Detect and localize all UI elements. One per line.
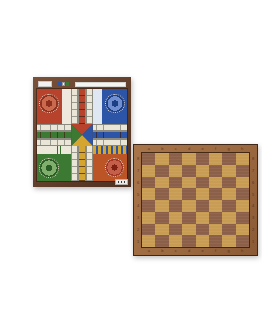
chess-square-a5 [142, 188, 155, 200]
rank-label-4: 4 [137, 203, 139, 208]
chess-square-g5 [222, 188, 235, 200]
file-label-c: c [175, 145, 177, 153]
parchis-board [33, 77, 131, 187]
chess-square-b5 [155, 188, 168, 200]
rank-label-1: 1 [252, 239, 254, 244]
file-label-h: h [241, 145, 243, 153]
blue-track-row [93, 131, 127, 140]
track-cells [86, 146, 92, 181]
chess-square-c3 [169, 212, 182, 224]
chess-files-bottom: abcdefgh [142, 247, 249, 255]
chess-square-h5 [236, 188, 249, 200]
red-track-column [78, 89, 87, 124]
chess-square-f5 [209, 188, 222, 200]
parchis-arm-top [71, 89, 93, 124]
chess-square-d6 [182, 177, 195, 189]
logo-chip-white [62, 82, 65, 86]
chess-square-b8 [155, 153, 168, 165]
file-label-f: f [215, 145, 216, 153]
chess-square-d5 [182, 188, 195, 200]
parchis-quadrant-green [37, 146, 71, 181]
chess-square-e5 [196, 188, 209, 200]
chess-square-f6 [209, 177, 222, 189]
rank-label-7: 7 [252, 168, 254, 173]
rank-label-8: 8 [252, 156, 254, 161]
logo-chip-blue [58, 82, 61, 86]
green-track-row [37, 131, 71, 140]
file-label-d: d [188, 247, 190, 255]
chess-square-e8 [196, 153, 209, 165]
orange-home-stripes [93, 146, 127, 154]
red-home-stripes [62, 89, 71, 124]
file-label-e: e [202, 247, 204, 255]
track-cells [37, 124, 71, 131]
chess-square-b2 [155, 224, 168, 236]
barcode-lines [117, 181, 125, 184]
rank-label-4: 4 [252, 203, 254, 208]
green-home-stripes [37, 146, 71, 154]
chess-square-a1 [142, 235, 155, 247]
chess-square-d4 [182, 200, 195, 212]
chess-square-g8 [222, 153, 235, 165]
rank-label-7: 7 [137, 168, 139, 173]
chess-square-g4 [222, 200, 235, 212]
rank-label-6: 6 [137, 180, 139, 185]
chess-square-c1 [169, 235, 182, 247]
chess-square-d3 [182, 212, 195, 224]
parchis-corner-label [38, 81, 52, 87]
parchis-logo-chips [58, 82, 69, 86]
chess-square-f3 [209, 212, 222, 224]
chess-square-b1 [155, 235, 168, 247]
product-photo: abcdefgh abcdefgh 87654321 87654321 [0, 0, 262, 334]
chess-ranks-left: 87654321 [134, 153, 142, 247]
chess-square-a4 [142, 200, 155, 212]
chess-square-h7 [236, 165, 249, 177]
chess-square-h6 [236, 177, 249, 189]
track-cells [37, 139, 71, 146]
parchis-quadrant-blue [93, 89, 127, 124]
chess-square-c4 [169, 200, 182, 212]
rank-label-8: 8 [137, 156, 139, 161]
parchis-quadrant-orange [93, 146, 127, 181]
file-label-g: g [227, 247, 229, 255]
chess-square-d2 [182, 224, 195, 236]
rank-label-3: 3 [137, 215, 139, 220]
chess-square-c2 [169, 224, 182, 236]
parchis-title-strip [75, 82, 126, 87]
green-home-circle [39, 158, 58, 177]
parchis-arm-right [93, 124, 127, 146]
chess-square-f8 [209, 153, 222, 165]
file-label-b: b [161, 247, 163, 255]
chess-square-c8 [169, 153, 182, 165]
file-label-b: b [161, 145, 163, 153]
chess-square-d8 [182, 153, 195, 165]
parchis-top-strip [37, 81, 127, 88]
file-label-c: c [175, 247, 177, 255]
chess-square-a6 [142, 177, 155, 189]
chess-square-d1 [182, 235, 195, 247]
chess-square-g2 [222, 224, 235, 236]
chess-square-b4 [155, 200, 168, 212]
yellow-track-column [78, 146, 87, 181]
file-label-a: a [148, 145, 150, 153]
parchis-playfield [37, 89, 127, 181]
red-home-circle [39, 94, 58, 113]
file-label-h: h [241, 247, 243, 255]
chess-square-a3 [142, 212, 155, 224]
chess-square-f2 [209, 224, 222, 236]
blue-home-circle [105, 94, 124, 113]
parchis-arm-bottom [71, 146, 93, 181]
orange-home-circle [105, 158, 124, 177]
chess-square-h3 [236, 212, 249, 224]
chess-square-b7 [155, 165, 168, 177]
chess-square-f7 [209, 165, 222, 177]
blue-home-stripes [93, 89, 102, 124]
track-cells [86, 89, 92, 124]
chess-square-h8 [236, 153, 249, 165]
chess-square-f1 [209, 235, 222, 247]
chess-square-a7 [142, 165, 155, 177]
chess-square-e3 [196, 212, 209, 224]
chess-square-h2 [236, 224, 249, 236]
file-label-d: d [188, 145, 190, 153]
chess-square-e7 [196, 165, 209, 177]
rank-label-5: 5 [137, 192, 139, 197]
barcode-sticker [115, 179, 128, 185]
chess-square-e2 [196, 224, 209, 236]
logo-chip-green [66, 82, 69, 86]
rank-label-2: 2 [252, 227, 254, 232]
parchis-arm-left [37, 124, 71, 146]
parchis-quadrant-red [37, 89, 71, 124]
chess-square-a8 [142, 153, 155, 165]
file-label-f: f [215, 247, 216, 255]
chess-squares [142, 153, 249, 247]
chess-square-g6 [222, 177, 235, 189]
rank-label-1: 1 [137, 239, 139, 244]
chess-square-f4 [209, 200, 222, 212]
chess-square-g7 [222, 165, 235, 177]
chess-square-e6 [196, 177, 209, 189]
chess-ranks-right: 87654321 [249, 153, 257, 247]
chess-square-h1 [236, 235, 249, 247]
chess-square-c5 [169, 188, 182, 200]
file-label-g: g [227, 145, 229, 153]
chess-square-e4 [196, 200, 209, 212]
chess-square-g3 [222, 212, 235, 224]
chess-square-h4 [236, 200, 249, 212]
chess-board: abcdefgh abcdefgh 87654321 87654321 [133, 144, 258, 256]
parchis-center-goal [71, 124, 93, 146]
chess-square-g1 [222, 235, 235, 247]
rank-label-2: 2 [137, 227, 139, 232]
file-label-a: a [148, 247, 150, 255]
file-label-e: e [202, 145, 204, 153]
chess-square-b3 [155, 212, 168, 224]
chess-square-c6 [169, 177, 182, 189]
track-cells [93, 139, 127, 146]
rank-label-6: 6 [252, 180, 254, 185]
chess-files-top: abcdefgh [142, 145, 249, 153]
rank-label-3: 3 [252, 215, 254, 220]
chess-square-b6 [155, 177, 168, 189]
rank-label-5: 5 [252, 192, 254, 197]
chess-square-a2 [142, 224, 155, 236]
track-cells [93, 124, 127, 131]
chess-square-d7 [182, 165, 195, 177]
chess-square-c7 [169, 165, 182, 177]
chess-square-e1 [196, 235, 209, 247]
